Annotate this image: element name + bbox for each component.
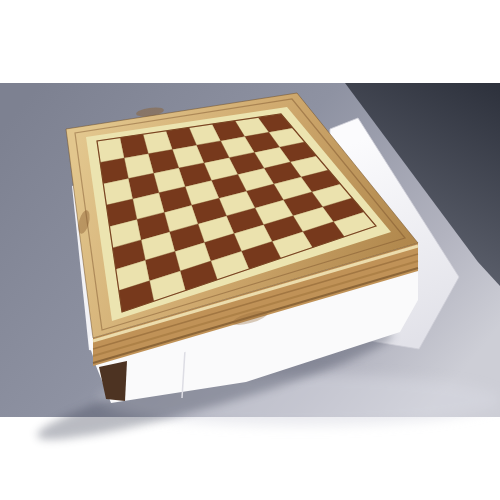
photo-letterbox-top	[0, 0, 500, 83]
product-photo	[0, 0, 500, 500]
screenshot	[0, 0, 500, 500]
